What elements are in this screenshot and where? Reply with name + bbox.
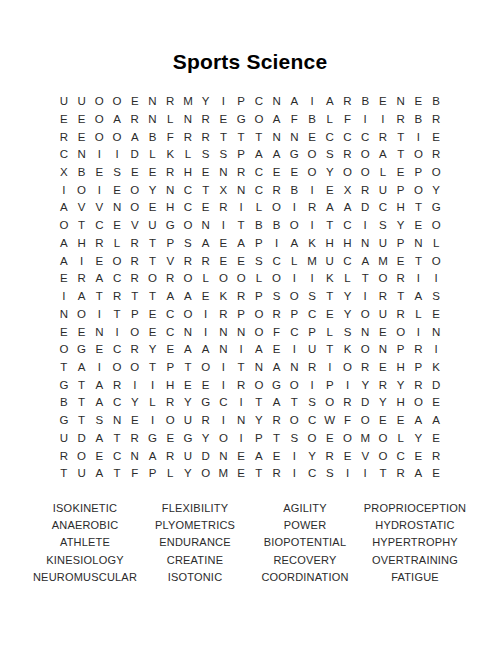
grid-cell-r1c10[interactable]: I xyxy=(215,93,233,111)
grid-cell-r21c18[interactable]: V xyxy=(356,448,374,466)
grid-cell-r18c9[interactable]: G xyxy=(197,394,215,412)
grid-cell-r15c22[interactable]: I xyxy=(427,341,445,359)
grid-cell-r17c15[interactable]: I xyxy=(303,377,321,395)
grid-cell-r15c11[interactable]: I xyxy=(232,341,250,359)
grid-cell-r1c14[interactable]: A xyxy=(285,93,303,111)
grid-cell-r3c10[interactable]: T xyxy=(215,128,233,146)
grid-cell-r9c16[interactable]: H xyxy=(321,235,339,253)
grid-cell-r2c22[interactable]: R xyxy=(427,111,445,129)
grid-cell-r3c12[interactable]: T xyxy=(250,128,268,146)
grid-cell-r4c16[interactable]: S xyxy=(321,146,339,164)
grid-cell-r17c12[interactable]: O xyxy=(250,377,268,395)
grid-cell-r8c18[interactable]: I xyxy=(356,217,374,235)
grid-cell-r17c11[interactable]: R xyxy=(232,377,250,395)
grid-cell-r6c11[interactable]: N xyxy=(232,182,250,200)
grid-cell-r6c13[interactable]: R xyxy=(268,182,286,200)
grid-cell-r21c6[interactable]: A xyxy=(144,448,162,466)
grid-cell-r5c14[interactable]: E xyxy=(285,164,303,182)
grid-cell-r8c7[interactable]: G xyxy=(161,217,179,235)
grid-cell-r20c12[interactable]: P xyxy=(250,430,268,448)
grid-cell-r3c17[interactable]: C xyxy=(339,128,357,146)
grid-cell-r18c5[interactable]: Y xyxy=(126,394,144,412)
grid-cell-r2c17[interactable]: F xyxy=(339,111,357,129)
grid-cell-r16c2[interactable]: A xyxy=(73,359,91,377)
grid-cell-r12c8[interactable]: A xyxy=(179,288,197,306)
grid-cell-r6c10[interactable]: X xyxy=(215,182,233,200)
grid-cell-r7c11[interactable]: I xyxy=(232,199,250,217)
grid-cell-r13c8[interactable]: O xyxy=(179,306,197,324)
grid-cell-r13c17[interactable]: Y xyxy=(339,306,357,324)
grid-cell-r19c20[interactable]: E xyxy=(392,412,410,430)
grid-cell-r16c8[interactable]: T xyxy=(179,359,197,377)
grid-cell-r11c5[interactable]: R xyxy=(126,270,144,288)
grid-cell-r11c20[interactable]: R xyxy=(392,270,410,288)
grid-cell-r12c13[interactable]: S xyxy=(268,288,286,306)
grid-cell-r14c20[interactable]: O xyxy=(392,323,410,341)
grid-cell-r2c5[interactable]: R xyxy=(126,111,144,129)
grid-cell-r6c18[interactable]: R xyxy=(356,182,374,200)
grid-cell-r2c11[interactable]: G xyxy=(232,111,250,129)
grid-cell-r9c9[interactable]: A xyxy=(197,235,215,253)
grid-cell-r14c4[interactable]: I xyxy=(108,323,126,341)
grid-cell-r5c15[interactable]: O xyxy=(303,164,321,182)
grid-cell-r6c16[interactable]: E xyxy=(321,182,339,200)
grid-cell-r12c7[interactable]: A xyxy=(161,288,179,306)
grid-cell-r22c2[interactable]: U xyxy=(73,465,91,483)
grid-cell-r19c2[interactable]: T xyxy=(73,412,91,430)
grid-cell-r2c7[interactable]: L xyxy=(161,111,179,129)
grid-cell-r16c11[interactable]: T xyxy=(232,359,250,377)
grid-cell-r6c6[interactable]: Y xyxy=(144,182,162,200)
grid-cell-r12c22[interactable]: S xyxy=(427,288,445,306)
grid-cell-r14c9[interactable]: I xyxy=(197,323,215,341)
grid-cell-r15c15[interactable]: U xyxy=(303,341,321,359)
grid-cell-r21c14[interactable]: I xyxy=(285,448,303,466)
grid-cell-r18c3[interactable]: A xyxy=(90,394,108,412)
grid-cell-r18c19[interactable]: Y xyxy=(374,394,392,412)
grid-cell-r8c20[interactable]: Y xyxy=(392,217,410,235)
grid-cell-r21c15[interactable]: Y xyxy=(303,448,321,466)
grid-cell-r1c22[interactable]: B xyxy=(427,93,445,111)
grid-cell-r19c7[interactable]: O xyxy=(161,412,179,430)
grid-cell-r15c5[interactable]: R xyxy=(126,341,144,359)
grid-cell-r8c1[interactable]: O xyxy=(55,217,73,235)
grid-cell-r16c6[interactable]: T xyxy=(144,359,162,377)
grid-cell-r14c5[interactable]: O xyxy=(126,323,144,341)
grid-cell-r18c7[interactable]: R xyxy=(161,394,179,412)
grid-cell-r9c17[interactable]: H xyxy=(339,235,357,253)
grid-cell-r2c6[interactable]: N xyxy=(144,111,162,129)
grid-cell-r3c19[interactable]: R xyxy=(374,128,392,146)
grid-cell-r8c13[interactable]: B xyxy=(268,217,286,235)
grid-cell-r11c1[interactable]: E xyxy=(55,270,73,288)
grid-cell-r22c13[interactable]: R xyxy=(268,465,286,483)
grid-cell-r22c17[interactable]: I xyxy=(339,465,357,483)
grid-cell-r22c1[interactable]: T xyxy=(55,465,73,483)
grid-cell-r19c10[interactable]: I xyxy=(215,412,233,430)
grid-cell-r6c7[interactable]: N xyxy=(161,182,179,200)
grid-cell-r14c1[interactable]: E xyxy=(55,323,73,341)
grid-cell-r20c3[interactable]: A xyxy=(90,430,108,448)
grid-cell-r17c1[interactable]: G xyxy=(55,377,73,395)
grid-cell-r22c21[interactable]: A xyxy=(410,465,428,483)
grid-cell-r7c20[interactable]: H xyxy=(392,199,410,217)
grid-cell-r18c22[interactable]: E xyxy=(427,394,445,412)
grid-cell-r18c15[interactable]: S xyxy=(303,394,321,412)
grid-cell-r6c20[interactable]: P xyxy=(392,182,410,200)
grid-cell-r9c6[interactable]: T xyxy=(144,235,162,253)
grid-cell-r3c3[interactable]: O xyxy=(90,128,108,146)
grid-cell-r1c11[interactable]: P xyxy=(232,93,250,111)
grid-cell-r5c10[interactable]: N xyxy=(215,164,233,182)
grid-cell-r9c13[interactable]: I xyxy=(268,235,286,253)
grid-cell-r14c10[interactable]: N xyxy=(215,323,233,341)
grid-cell-r16c10[interactable]: I xyxy=(215,359,233,377)
grid-cell-r5c9[interactable]: E xyxy=(197,164,215,182)
grid-cell-r11c7[interactable]: R xyxy=(161,270,179,288)
grid-cell-r18c20[interactable]: H xyxy=(392,394,410,412)
grid-cell-r7c21[interactable]: T xyxy=(410,199,428,217)
grid-cell-r14c22[interactable]: N xyxy=(427,323,445,341)
grid-cell-r9c10[interactable]: E xyxy=(215,235,233,253)
grid-cell-r9c4[interactable]: L xyxy=(108,235,126,253)
grid-cell-r2c20[interactable]: R xyxy=(392,111,410,129)
grid-cell-r9c18[interactable]: N xyxy=(356,235,374,253)
grid-cell-r6c3[interactable]: I xyxy=(90,182,108,200)
grid-cell-r10c17[interactable]: C xyxy=(339,253,357,271)
grid-cell-r3c5[interactable]: A xyxy=(126,128,144,146)
grid-cell-r19c14[interactable]: O xyxy=(285,412,303,430)
grid-cell-r4c19[interactable]: A xyxy=(374,146,392,164)
grid-cell-r20c10[interactable]: O xyxy=(215,430,233,448)
grid-cell-r15c1[interactable]: O xyxy=(55,341,73,359)
grid-cell-r11c21[interactable]: I xyxy=(410,270,428,288)
grid-cell-r11c12[interactable]: L xyxy=(250,270,268,288)
grid-cell-r12c21[interactable]: A xyxy=(410,288,428,306)
grid-cell-r19c3[interactable]: S xyxy=(90,412,108,430)
grid-cell-r6c17[interactable]: X xyxy=(339,182,357,200)
grid-cell-r17c20[interactable]: Y xyxy=(392,377,410,395)
grid-cell-r3c4[interactable]: O xyxy=(108,128,126,146)
grid-cell-r9c2[interactable]: H xyxy=(73,235,91,253)
grid-cell-r7c1[interactable]: A xyxy=(55,199,73,217)
grid-cell-r19c17[interactable]: F xyxy=(339,412,357,430)
grid-cell-r8c17[interactable]: C xyxy=(339,217,357,235)
grid-cell-r20c6[interactable]: G xyxy=(144,430,162,448)
grid-cell-r18c4[interactable]: C xyxy=(108,394,126,412)
grid-cell-r4c9[interactable]: S xyxy=(197,146,215,164)
grid-cell-r21c16[interactable]: R xyxy=(321,448,339,466)
grid-cell-r21c7[interactable]: R xyxy=(161,448,179,466)
grid-cell-r4c7[interactable]: K xyxy=(161,146,179,164)
grid-cell-r16c21[interactable]: P xyxy=(410,359,428,377)
grid-cell-r17c8[interactable]: E xyxy=(179,377,197,395)
grid-cell-r21c12[interactable]: A xyxy=(250,448,268,466)
grid-cell-r18c8[interactable]: Y xyxy=(179,394,197,412)
grid-cell-r21c5[interactable]: N xyxy=(126,448,144,466)
grid-cell-r18c12[interactable]: T xyxy=(250,394,268,412)
grid-cell-r10c19[interactable]: M xyxy=(374,253,392,271)
grid-cell-r3c18[interactable]: C xyxy=(356,128,374,146)
grid-cell-r3c15[interactable]: E xyxy=(303,128,321,146)
grid-cell-r21c1[interactable]: R xyxy=(55,448,73,466)
grid-cell-r8c15[interactable]: I xyxy=(303,217,321,235)
grid-cell-r4c4[interactable]: I xyxy=(108,146,126,164)
grid-cell-r13c15[interactable]: C xyxy=(303,306,321,324)
grid-cell-r20c17[interactable]: O xyxy=(339,430,357,448)
grid-cell-r13c6[interactable]: E xyxy=(144,306,162,324)
grid-cell-r8c22[interactable]: O xyxy=(427,217,445,235)
grid-cell-r1c8[interactable]: M xyxy=(179,93,197,111)
grid-cell-r14c11[interactable]: N xyxy=(232,323,250,341)
grid-cell-r15c14[interactable]: I xyxy=(285,341,303,359)
grid-cell-r17c17[interactable]: I xyxy=(339,377,357,395)
grid-cell-r15c19[interactable]: N xyxy=(374,341,392,359)
grid-cell-r7c15[interactable]: R xyxy=(303,199,321,217)
grid-cell-r12c12[interactable]: P xyxy=(250,288,268,306)
grid-cell-r10c9[interactable]: R xyxy=(197,253,215,271)
grid-cell-r19c1[interactable]: G xyxy=(55,412,73,430)
grid-cell-r15c12[interactable]: A xyxy=(250,341,268,359)
grid-cell-r13c19[interactable]: U xyxy=(374,306,392,324)
grid-cell-r8c5[interactable]: V xyxy=(126,217,144,235)
grid-cell-r1c18[interactable]: B xyxy=(356,93,374,111)
grid-cell-r14c2[interactable]: E xyxy=(73,323,91,341)
grid-cell-r10c16[interactable]: U xyxy=(321,253,339,271)
grid-cell-r21c13[interactable]: E xyxy=(268,448,286,466)
grid-cell-r22c19[interactable]: T xyxy=(374,465,392,483)
grid-cell-r17c21[interactable]: R xyxy=(410,377,428,395)
grid-cell-r20c20[interactable]: L xyxy=(392,430,410,448)
grid-cell-r15c18[interactable]: O xyxy=(356,341,374,359)
grid-cell-r21c22[interactable]: R xyxy=(427,448,445,466)
grid-cell-r11c11[interactable]: O xyxy=(232,270,250,288)
grid-cell-r2c2[interactable]: E xyxy=(73,111,91,129)
grid-cell-r15c4[interactable]: C xyxy=(108,341,126,359)
grid-cell-r16c1[interactable]: T xyxy=(55,359,73,377)
grid-cell-r17c18[interactable]: Y xyxy=(356,377,374,395)
grid-cell-r5c4[interactable]: S xyxy=(108,164,126,182)
grid-cell-r6c5[interactable]: O xyxy=(126,182,144,200)
grid-cell-r13c14[interactable]: P xyxy=(285,306,303,324)
grid-cell-r13c2[interactable]: O xyxy=(73,306,91,324)
grid-cell-r18c18[interactable]: D xyxy=(356,394,374,412)
grid-cell-r17c9[interactable]: E xyxy=(197,377,215,395)
grid-cell-r10c7[interactable]: V xyxy=(161,253,179,271)
grid-cell-r8c9[interactable]: N xyxy=(197,217,215,235)
grid-cell-r9c14[interactable]: A xyxy=(285,235,303,253)
grid-cell-r5c11[interactable]: R xyxy=(232,164,250,182)
grid-cell-r2c3[interactable]: O xyxy=(90,111,108,129)
grid-cell-r13c1[interactable]: N xyxy=(55,306,73,324)
grid-cell-r14c16[interactable]: L xyxy=(321,323,339,341)
grid-cell-r5c20[interactable]: E xyxy=(392,164,410,182)
grid-cell-r11c2[interactable]: R xyxy=(73,270,91,288)
grid-cell-r5c1[interactable]: X xyxy=(55,164,73,182)
grid-cell-r5c6[interactable]: E xyxy=(144,164,162,182)
grid-cell-r6c21[interactable]: O xyxy=(410,182,428,200)
grid-cell-r15c8[interactable]: A xyxy=(179,341,197,359)
grid-cell-r7c13[interactable]: O xyxy=(268,199,286,217)
grid-cell-r14c21[interactable]: I xyxy=(410,323,428,341)
grid-cell-r14c17[interactable]: S xyxy=(339,323,357,341)
grid-cell-r22c14[interactable]: I xyxy=(285,465,303,483)
grid-cell-r13c18[interactable]: O xyxy=(356,306,374,324)
grid-cell-r9c7[interactable]: P xyxy=(161,235,179,253)
grid-cell-r22c10[interactable]: M xyxy=(215,465,233,483)
grid-cell-r2c1[interactable]: E xyxy=(55,111,73,129)
grid-cell-r2c21[interactable]: B xyxy=(410,111,428,129)
grid-cell-r1c19[interactable]: E xyxy=(374,93,392,111)
grid-cell-r5c8[interactable]: H xyxy=(179,164,197,182)
grid-cell-r20c5[interactable]: R xyxy=(126,430,144,448)
grid-cell-r7c3[interactable]: V xyxy=(90,199,108,217)
grid-cell-r8c3[interactable]: C xyxy=(90,217,108,235)
grid-cell-r10c12[interactable]: S xyxy=(250,253,268,271)
grid-cell-r12c10[interactable]: K xyxy=(215,288,233,306)
grid-cell-r1c13[interactable]: N xyxy=(268,93,286,111)
grid-cell-r20c21[interactable]: Y xyxy=(410,430,428,448)
grid-cell-r10c3[interactable]: E xyxy=(90,253,108,271)
grid-cell-r1c3[interactable]: O xyxy=(90,93,108,111)
grid-cell-r12c2[interactable]: A xyxy=(73,288,91,306)
grid-cell-r9c12[interactable]: P xyxy=(250,235,268,253)
grid-cell-r8c16[interactable]: T xyxy=(321,217,339,235)
grid-cell-r8c8[interactable]: O xyxy=(179,217,197,235)
grid-cell-r8c10[interactable]: I xyxy=(215,217,233,235)
grid-cell-r15c6[interactable]: Y xyxy=(144,341,162,359)
grid-cell-r16c18[interactable]: R xyxy=(356,359,374,377)
grid-cell-r10c20[interactable]: E xyxy=(392,253,410,271)
grid-cell-r11c9[interactable]: L xyxy=(197,270,215,288)
grid-cell-r10c18[interactable]: A xyxy=(356,253,374,271)
grid-cell-r18c2[interactable]: T xyxy=(73,394,91,412)
grid-cell-r12c11[interactable]: R xyxy=(232,288,250,306)
grid-cell-r22c12[interactable]: T xyxy=(250,465,268,483)
grid-cell-r13c12[interactable]: O xyxy=(250,306,268,324)
grid-cell-r20c1[interactable]: U xyxy=(55,430,73,448)
grid-cell-r21c8[interactable]: U xyxy=(179,448,197,466)
grid-cell-r6c1[interactable]: I xyxy=(55,182,73,200)
grid-cell-r18c10[interactable]: C xyxy=(215,394,233,412)
grid-cell-r15c3[interactable]: E xyxy=(90,341,108,359)
grid-cell-r8c14[interactable]: O xyxy=(285,217,303,235)
grid-cell-r13c10[interactable]: R xyxy=(215,306,233,324)
grid-cell-r11c13[interactable]: O xyxy=(268,270,286,288)
grid-cell-r7c16[interactable]: A xyxy=(321,199,339,217)
grid-cell-r7c22[interactable]: G xyxy=(427,199,445,217)
grid-cell-r6c15[interactable]: I xyxy=(303,182,321,200)
grid-cell-r5c19[interactable]: L xyxy=(374,164,392,182)
grid-cell-r11c4[interactable]: C xyxy=(108,270,126,288)
grid-cell-r19c21[interactable]: A xyxy=(410,412,428,430)
grid-cell-r18c16[interactable]: O xyxy=(321,394,339,412)
grid-cell-r1c6[interactable]: N xyxy=(144,93,162,111)
grid-cell-r4c14[interactable]: G xyxy=(285,146,303,164)
grid-cell-r22c8[interactable]: Y xyxy=(179,465,197,483)
grid-cell-r13c4[interactable]: T xyxy=(108,306,126,324)
grid-cell-r17c5[interactable]: I xyxy=(126,377,144,395)
grid-cell-r8c11[interactable]: T xyxy=(232,217,250,235)
grid-cell-r16c5[interactable]: O xyxy=(126,359,144,377)
grid-cell-r11c17[interactable]: L xyxy=(339,270,357,288)
grid-cell-r6c9[interactable]: T xyxy=(197,182,215,200)
grid-cell-r15c16[interactable]: T xyxy=(321,341,339,359)
grid-cell-r3c13[interactable]: N xyxy=(268,128,286,146)
grid-cell-r12c17[interactable]: Y xyxy=(339,288,357,306)
grid-cell-r17c16[interactable]: P xyxy=(321,377,339,395)
grid-cell-r10c15[interactable]: M xyxy=(303,253,321,271)
grid-cell-r9c20[interactable]: P xyxy=(392,235,410,253)
grid-cell-r12c19[interactable]: R xyxy=(374,288,392,306)
grid-cell-r19c8[interactable]: U xyxy=(179,412,197,430)
grid-cell-r14c13[interactable]: F xyxy=(268,323,286,341)
grid-cell-r11c19[interactable]: O xyxy=(374,270,392,288)
grid-cell-r19c19[interactable]: E xyxy=(374,412,392,430)
grid-cell-r7c7[interactable]: H xyxy=(161,199,179,217)
grid-cell-r9c11[interactable]: A xyxy=(232,235,250,253)
grid-cell-r4c11[interactable]: P xyxy=(232,146,250,164)
grid-cell-r7c8[interactable]: C xyxy=(179,199,197,217)
grid-cell-r13c9[interactable]: I xyxy=(197,306,215,324)
grid-cell-r5c5[interactable]: E xyxy=(126,164,144,182)
grid-cell-r2c13[interactable]: A xyxy=(268,111,286,129)
grid-cell-r6c12[interactable]: C xyxy=(250,182,268,200)
grid-cell-r10c14[interactable]: L xyxy=(285,253,303,271)
grid-cell-r22c6[interactable]: P xyxy=(144,465,162,483)
grid-cell-r2c18[interactable]: I xyxy=(356,111,374,129)
grid-cell-r2c4[interactable]: A xyxy=(108,111,126,129)
grid-cell-r1c16[interactable]: A xyxy=(321,93,339,111)
grid-cell-r12c6[interactable]: T xyxy=(144,288,162,306)
grid-cell-r22c22[interactable]: E xyxy=(427,465,445,483)
grid-cell-r19c15[interactable]: C xyxy=(303,412,321,430)
grid-cell-r21c21[interactable]: E xyxy=(410,448,428,466)
grid-cell-r18c13[interactable]: A xyxy=(268,394,286,412)
grid-cell-r3c20[interactable]: T xyxy=(392,128,410,146)
grid-cell-r20c9[interactable]: Y xyxy=(197,430,215,448)
grid-cell-r3c22[interactable]: E xyxy=(427,128,445,146)
grid-cell-r3c6[interactable]: B xyxy=(144,128,162,146)
grid-cell-r20c16[interactable]: E xyxy=(321,430,339,448)
grid-cell-r6c19[interactable]: U xyxy=(374,182,392,200)
grid-cell-r21c17[interactable]: E xyxy=(339,448,357,466)
grid-cell-r4c5[interactable]: D xyxy=(126,146,144,164)
grid-cell-r13c5[interactable]: P xyxy=(126,306,144,324)
grid-cell-r2c16[interactable]: L xyxy=(321,111,339,129)
grid-cell-r12c1[interactable]: I xyxy=(55,288,73,306)
grid-cell-r20c14[interactable]: S xyxy=(285,430,303,448)
grid-cell-r20c15[interactable]: O xyxy=(303,430,321,448)
grid-cell-r14c3[interactable]: N xyxy=(90,323,108,341)
grid-cell-r17c3[interactable]: A xyxy=(90,377,108,395)
grid-cell-r7c2[interactable]: V xyxy=(73,199,91,217)
grid-cell-r11c3[interactable]: A xyxy=(90,270,108,288)
grid-cell-r3c2[interactable]: E xyxy=(73,128,91,146)
grid-cell-r7c10[interactable]: R xyxy=(215,199,233,217)
grid-cell-r8c12[interactable]: B xyxy=(250,217,268,235)
grid-cell-r15c10[interactable]: N xyxy=(215,341,233,359)
grid-cell-r13c16[interactable]: E xyxy=(321,306,339,324)
grid-cell-r7c4[interactable]: N xyxy=(108,199,126,217)
grid-cell-r10c1[interactable]: A xyxy=(55,253,73,271)
grid-cell-r16c4[interactable]: O xyxy=(108,359,126,377)
grid-cell-r4c18[interactable]: O xyxy=(356,146,374,164)
grid-cell-r6c2[interactable]: O xyxy=(73,182,91,200)
grid-cell-r17c19[interactable]: R xyxy=(374,377,392,395)
grid-cell-r22c5[interactable]: F xyxy=(126,465,144,483)
grid-cell-r21c11[interactable]: E xyxy=(232,448,250,466)
